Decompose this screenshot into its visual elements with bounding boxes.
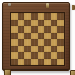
square[interactable] — [51, 59, 58, 66]
clasp-knob-icon — [46, 3, 49, 8]
board-photo — [0, 0, 75, 75]
square[interactable] — [24, 59, 31, 66]
chess-board — [11, 13, 64, 65]
hinge-icon — [72, 5, 75, 10]
square[interactable] — [44, 59, 51, 66]
brass-foot-icon — [4, 69, 11, 75]
square[interactable] — [57, 59, 64, 66]
hinge-icon — [8, 3, 11, 6]
chess-board-frame — [2, 2, 70, 71]
square[interactable] — [38, 59, 45, 66]
square[interactable] — [11, 59, 18, 66]
square[interactable] — [18, 59, 25, 66]
square[interactable] — [31, 59, 38, 66]
brass-foot-icon — [70, 70, 75, 75]
